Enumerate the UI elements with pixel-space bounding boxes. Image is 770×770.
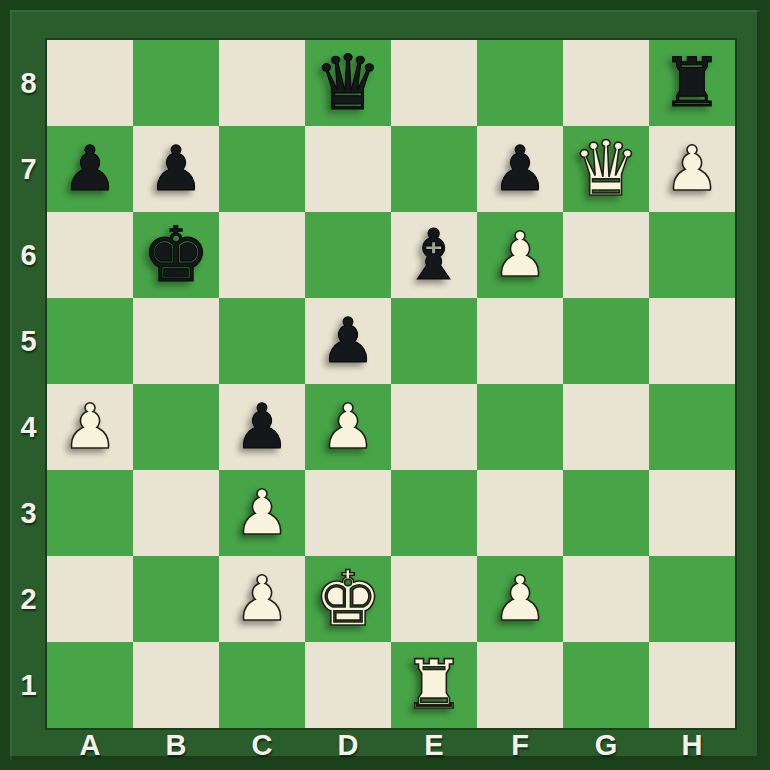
square-e8[interactable]	[391, 40, 477, 126]
square-e1[interactable]: ♜	[391, 642, 477, 728]
black-queen[interactable]: ♛	[314, 40, 382, 126]
square-a5[interactable]	[47, 298, 133, 384]
rank-label-4: 4	[10, 384, 47, 470]
square-e7[interactable]	[391, 126, 477, 212]
square-a4[interactable]: ♟	[47, 384, 133, 470]
square-g7[interactable]: ♛	[563, 126, 649, 212]
square-h3[interactable]	[649, 470, 735, 556]
rank-label-2: 2	[10, 556, 47, 642]
square-c5[interactable]	[219, 298, 305, 384]
square-c6[interactable]	[219, 212, 305, 298]
file-label-f: F	[477, 729, 563, 762]
file-labels: ABCDEFGH	[47, 729, 735, 760]
black-pawn[interactable]: ♟	[148, 126, 204, 212]
black-pawn[interactable]: ♟	[320, 298, 376, 384]
file-label-d: D	[305, 729, 391, 762]
square-b8[interactable]	[133, 40, 219, 126]
square-h4[interactable]	[649, 384, 735, 470]
square-g3[interactable]	[563, 470, 649, 556]
square-a8[interactable]	[47, 40, 133, 126]
square-h1[interactable]	[649, 642, 735, 728]
square-h8[interactable]: ♜	[649, 40, 735, 126]
square-b6[interactable]: ♚	[133, 212, 219, 298]
chess-board: ♛♜♟♟♟♛♟♚♝♟♟♟♟♟♟♟♚♟♜	[47, 40, 735, 728]
square-g5[interactable]	[563, 298, 649, 384]
square-d8[interactable]: ♛	[305, 40, 391, 126]
black-rook[interactable]: ♜	[662, 40, 723, 126]
square-d6[interactable]	[305, 212, 391, 298]
square-c4[interactable]: ♟	[219, 384, 305, 470]
square-c8[interactable]	[219, 40, 305, 126]
chess-board-frame: 87654321 ♛♜♟♟♟♛♟♚♝♟♟♟♟♟♟♟♚♟♜ ABCDEFGH	[0, 0, 770, 770]
white-pawn[interactable]: ♟	[664, 126, 720, 212]
square-g2[interactable]	[563, 556, 649, 642]
white-pawn[interactable]: ♟	[492, 212, 548, 298]
white-rook[interactable]: ♜	[404, 642, 465, 728]
square-b5[interactable]	[133, 298, 219, 384]
file-label-a: A	[47, 729, 133, 762]
square-h2[interactable]	[649, 556, 735, 642]
square-e4[interactable]	[391, 384, 477, 470]
white-pawn[interactable]: ♟	[234, 556, 290, 642]
square-h7[interactable]: ♟	[649, 126, 735, 212]
black-pawn[interactable]: ♟	[62, 126, 118, 212]
square-f1[interactable]	[477, 642, 563, 728]
black-king[interactable]: ♚	[142, 212, 210, 298]
square-d5[interactable]: ♟	[305, 298, 391, 384]
square-a2[interactable]	[47, 556, 133, 642]
rank-label-7: 7	[10, 126, 47, 212]
white-pawn[interactable]: ♟	[234, 470, 290, 556]
square-h6[interactable]	[649, 212, 735, 298]
square-b2[interactable]	[133, 556, 219, 642]
file-label-h: H	[649, 729, 735, 762]
square-f5[interactable]	[477, 298, 563, 384]
square-e5[interactable]	[391, 298, 477, 384]
square-f4[interactable]	[477, 384, 563, 470]
square-c7[interactable]	[219, 126, 305, 212]
file-label-e: E	[391, 729, 477, 762]
white-queen[interactable]: ♛	[572, 126, 640, 212]
file-label-b: B	[133, 729, 219, 762]
square-f2[interactable]: ♟	[477, 556, 563, 642]
square-g4[interactable]	[563, 384, 649, 470]
square-c2[interactable]: ♟	[219, 556, 305, 642]
rank-label-8: 8	[10, 40, 47, 126]
square-b4[interactable]	[133, 384, 219, 470]
square-b1[interactable]	[133, 642, 219, 728]
square-f6[interactable]: ♟	[477, 212, 563, 298]
rank-label-3: 3	[10, 470, 47, 556]
white-pawn[interactable]: ♟	[492, 556, 548, 642]
black-bishop[interactable]: ♝	[403, 212, 466, 298]
square-a6[interactable]	[47, 212, 133, 298]
square-a7[interactable]: ♟	[47, 126, 133, 212]
square-f7[interactable]: ♟	[477, 126, 563, 212]
square-f8[interactable]	[477, 40, 563, 126]
square-g6[interactable]	[563, 212, 649, 298]
square-d4[interactable]: ♟	[305, 384, 391, 470]
square-a3[interactable]	[47, 470, 133, 556]
square-g1[interactable]	[563, 642, 649, 728]
square-d3[interactable]	[305, 470, 391, 556]
white-pawn[interactable]: ♟	[320, 384, 376, 470]
square-e2[interactable]	[391, 556, 477, 642]
rank-label-6: 6	[10, 212, 47, 298]
square-f3[interactable]	[477, 470, 563, 556]
square-d7[interactable]	[305, 126, 391, 212]
square-c1[interactable]	[219, 642, 305, 728]
square-e3[interactable]	[391, 470, 477, 556]
rank-labels: 87654321	[10, 40, 47, 728]
square-g8[interactable]	[563, 40, 649, 126]
square-e6[interactable]: ♝	[391, 212, 477, 298]
square-d2[interactable]: ♚	[305, 556, 391, 642]
square-b7[interactable]: ♟	[133, 126, 219, 212]
file-label-c: C	[219, 729, 305, 762]
rank-label-5: 5	[10, 298, 47, 384]
file-label-g: G	[563, 729, 649, 762]
square-c3[interactable]: ♟	[219, 470, 305, 556]
white-king[interactable]: ♚	[314, 556, 382, 642]
black-pawn[interactable]: ♟	[234, 384, 290, 470]
rank-label-1: 1	[10, 642, 47, 728]
square-h5[interactable]	[649, 298, 735, 384]
square-b3[interactable]	[133, 470, 219, 556]
square-d1[interactable]	[305, 642, 391, 728]
black-pawn[interactable]: ♟	[492, 126, 548, 212]
square-a1[interactable]	[47, 642, 133, 728]
white-pawn[interactable]: ♟	[62, 384, 118, 470]
